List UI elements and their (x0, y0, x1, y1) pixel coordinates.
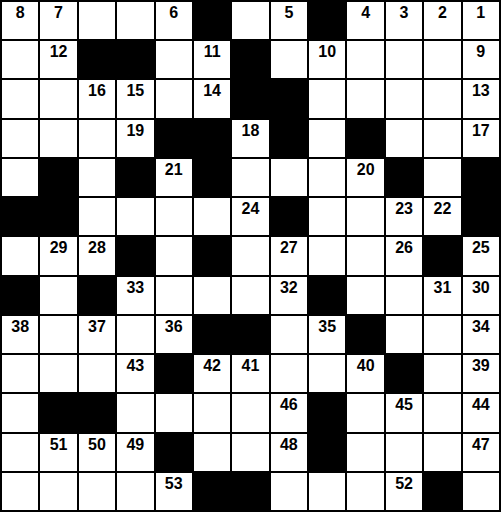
cell-r7c10[interactable] (347, 237, 383, 274)
clue-number: 42 (194, 355, 230, 375)
clue-number: 38 (2, 316, 38, 336)
block-cell-r13c12 (424, 473, 460, 510)
clue-number: 51 (40, 434, 76, 454)
block-cell-r9c7 (232, 316, 268, 353)
cell-r13c5[interactable]: 53 (156, 473, 192, 510)
cell-r2c1[interactable] (2, 41, 38, 78)
block-cell-r3c8 (271, 80, 307, 117)
cell-r3c9[interactable] (309, 80, 345, 117)
cell-r11c12[interactable] (424, 394, 460, 431)
cell-r2c8[interactable] (271, 41, 307, 78)
cell-r3c4[interactable]: 15 (117, 80, 153, 117)
cell-r10c7[interactable]: 41 (232, 355, 268, 392)
clue-number: 43 (117, 355, 153, 375)
cell-r9c13[interactable]: 34 (463, 316, 499, 353)
cell-r10c8[interactable] (271, 355, 307, 392)
block-cell-r9c6 (194, 316, 230, 353)
block-cell-r11c9 (309, 394, 345, 431)
block-cell-r4c10 (347, 120, 383, 157)
cell-r7c1[interactable] (2, 237, 38, 274)
cell-r4c11[interactable] (386, 120, 422, 157)
clue-number: 37 (79, 316, 115, 336)
cell-r10c6[interactable]: 42 (194, 355, 230, 392)
cell-r1c1[interactable]: 8 (2, 2, 38, 39)
cell-r5c5[interactable]: 21 (156, 159, 192, 196)
cell-r11c7[interactable] (232, 394, 268, 431)
block-cell-r6c8 (271, 198, 307, 235)
clue-number: 32 (271, 277, 307, 297)
cell-r12c1[interactable] (2, 434, 38, 471)
cell-r6c9[interactable] (309, 198, 345, 235)
cell-r9c9[interactable]: 35 (309, 316, 345, 353)
cell-r6c12[interactable]: 22 (424, 198, 460, 235)
clue-number: 48 (271, 434, 307, 454)
cell-r7c5[interactable] (156, 237, 192, 274)
cell-r12c10[interactable] (347, 434, 383, 471)
cell-r13c3[interactable] (79, 473, 115, 510)
clue-number: 39 (463, 355, 499, 375)
cell-r11c1[interactable] (2, 394, 38, 431)
cell-r8c10[interactable] (347, 277, 383, 314)
clue-number: 33 (117, 277, 153, 297)
clue-number: 5 (271, 2, 307, 22)
block-cell-r5c4 (117, 159, 153, 196)
block-cell-r5c6 (194, 159, 230, 196)
cell-r6c10[interactable] (347, 198, 383, 235)
cell-r1c10[interactable]: 4 (347, 2, 383, 39)
cell-r8c12[interactable]: 31 (424, 277, 460, 314)
cell-r10c3[interactable] (79, 355, 115, 392)
cell-r2c5[interactable] (156, 41, 192, 78)
block-cell-r2c4 (117, 41, 153, 78)
block-cell-r3c7 (232, 80, 268, 117)
cell-r2c13[interactable]: 9 (463, 41, 499, 78)
clue-number: 10 (309, 41, 345, 61)
cell-r5c8[interactable] (271, 159, 307, 196)
clue-number: 4 (347, 2, 383, 22)
block-cell-r5c13 (463, 159, 499, 196)
cell-r4c3[interactable] (79, 120, 115, 157)
clue-number: 17 (463, 120, 499, 140)
cell-r4c9[interactable] (309, 120, 345, 157)
cell-r9c4[interactable] (117, 316, 153, 353)
clue-number: 6 (156, 2, 192, 22)
block-cell-r1c6 (194, 2, 230, 39)
cell-r3c5[interactable] (156, 80, 192, 117)
block-cell-r9c10 (347, 316, 383, 353)
block-cell-r11c3 (79, 394, 115, 431)
cell-r5c7[interactable] (232, 159, 268, 196)
cell-r13c4[interactable] (117, 473, 153, 510)
cell-r11c6[interactable] (194, 394, 230, 431)
clue-number: 14 (194, 80, 230, 100)
block-cell-r12c5 (156, 434, 192, 471)
cell-r5c9[interactable] (309, 159, 345, 196)
cell-r6c11[interactable]: 23 (386, 198, 422, 235)
cell-r1c11[interactable]: 3 (386, 2, 422, 39)
cell-r2c6[interactable]: 11 (194, 41, 230, 78)
cell-r13c13[interactable] (463, 473, 499, 510)
cell-r12c11[interactable] (386, 434, 422, 471)
cell-r10c12[interactable] (424, 355, 460, 392)
block-cell-r1c9 (309, 2, 345, 39)
clue-number: 49 (117, 434, 153, 454)
cell-r3c11[interactable] (386, 80, 422, 117)
clue-number: 11 (194, 41, 230, 61)
block-cell-r12c9 (309, 434, 345, 471)
cell-r4c4[interactable]: 19 (117, 120, 153, 157)
cell-r4c12[interactable] (424, 120, 460, 157)
block-cell-r11c2 (40, 394, 76, 431)
block-cell-r7c4 (117, 237, 153, 274)
cell-r8c8[interactable]: 32 (271, 277, 307, 314)
cell-r2c10[interactable] (347, 41, 383, 78)
cell-r13c1[interactable] (2, 473, 38, 510)
clue-number: 45 (386, 394, 422, 414)
cell-r8c6[interactable] (194, 277, 230, 314)
cell-r12c12[interactable] (424, 434, 460, 471)
clue-number: 2 (424, 2, 460, 22)
clue-number: 30 (463, 277, 499, 297)
cell-r4c13[interactable]: 17 (463, 120, 499, 157)
cell-r11c4[interactable] (117, 394, 153, 431)
clue-number: 16 (79, 80, 115, 100)
clue-number: 27 (271, 237, 307, 257)
cell-r10c2[interactable] (40, 355, 76, 392)
cell-r7c9[interactable] (309, 237, 345, 274)
clue-number: 52 (386, 473, 422, 493)
clue-number: 3 (386, 2, 422, 22)
block-cell-r6c2 (40, 198, 76, 235)
clue-number: 25 (463, 237, 499, 257)
cell-r9c11[interactable] (386, 316, 422, 353)
cell-r2c2[interactable]: 12 (40, 41, 76, 78)
cell-r12c7[interactable] (232, 434, 268, 471)
clue-number: 12 (40, 41, 76, 61)
clue-number: 8 (2, 2, 38, 22)
cell-r12c2[interactable]: 51 (40, 434, 76, 471)
cell-r6c3[interactable] (79, 198, 115, 235)
block-cell-r4c8 (271, 120, 307, 157)
cell-r9c5[interactable]: 36 (156, 316, 192, 353)
cell-r1c2[interactable]: 7 (40, 2, 76, 39)
block-cell-r5c11 (386, 159, 422, 196)
cell-r4c7[interactable]: 18 (232, 120, 268, 157)
clue-number: 46 (271, 394, 307, 414)
clue-number: 18 (232, 120, 268, 140)
cell-r7c2[interactable]: 29 (40, 237, 76, 274)
cell-r12c4[interactable]: 49 (117, 434, 153, 471)
clue-number: 26 (386, 237, 422, 257)
block-cell-r2c7 (232, 41, 268, 78)
cell-r13c2[interactable] (40, 473, 76, 510)
clue-number: 28 (79, 237, 115, 257)
clue-number: 7 (40, 2, 76, 22)
cell-r4c1[interactable] (2, 120, 38, 157)
cell-r6c6[interactable] (194, 198, 230, 235)
block-cell-r5c2 (40, 159, 76, 196)
block-cell-r6c13 (463, 198, 499, 235)
clue-number: 9 (463, 41, 499, 61)
clue-number: 47 (463, 434, 499, 454)
cell-r3c13[interactable]: 13 (463, 80, 499, 117)
cell-r8c5[interactable] (156, 277, 192, 314)
cell-r5c1[interactable] (2, 159, 38, 196)
cell-r1c13[interactable]: 1 (463, 2, 499, 39)
block-cell-r4c5 (156, 120, 192, 157)
cell-r3c6[interactable]: 14 (194, 80, 230, 117)
block-cell-r6c1 (2, 198, 38, 235)
cell-r10c1[interactable] (2, 355, 38, 392)
clue-number: 20 (347, 159, 383, 179)
cell-r12c3[interactable]: 50 (79, 434, 115, 471)
clue-number: 35 (309, 316, 345, 336)
cell-r1c3[interactable] (79, 2, 115, 39)
cell-r2c11[interactable] (386, 41, 422, 78)
clue-number: 29 (40, 237, 76, 257)
block-cell-r13c6 (194, 473, 230, 510)
cell-r8c4[interactable]: 33 (117, 277, 153, 314)
clue-number: 36 (156, 316, 192, 336)
cell-r5c3[interactable] (79, 159, 115, 196)
cell-r9c8[interactable] (271, 316, 307, 353)
clue-number: 50 (79, 434, 115, 454)
cell-r9c2[interactable] (40, 316, 76, 353)
cell-r1c4[interactable] (117, 2, 153, 39)
crossword-grid: 8765432112111091615141319181721202423222… (0, 0, 501, 512)
cell-r11c10[interactable] (347, 394, 383, 431)
block-cell-r10c11 (386, 355, 422, 392)
cell-r10c13[interactable]: 39 (463, 355, 499, 392)
cell-r6c4[interactable] (117, 198, 153, 235)
cell-r11c5[interactable] (156, 394, 192, 431)
cell-r13c9[interactable] (309, 473, 345, 510)
cell-r11c8[interactable]: 46 (271, 394, 307, 431)
cell-r1c5[interactable]: 6 (156, 2, 192, 39)
clue-number: 15 (117, 80, 153, 100)
cell-r10c9[interactable] (309, 355, 345, 392)
block-cell-r8c1 (2, 277, 38, 314)
cell-r8c11[interactable] (386, 277, 422, 314)
cell-r2c12[interactable] (424, 41, 460, 78)
block-cell-r7c6 (194, 237, 230, 274)
block-cell-r2c3 (79, 41, 115, 78)
cell-r10c4[interactable]: 43 (117, 355, 153, 392)
block-cell-r8c9 (309, 277, 345, 314)
clue-number: 13 (463, 80, 499, 100)
block-cell-r10c5 (156, 355, 192, 392)
cell-r13c8[interactable] (271, 473, 307, 510)
cell-r11c11[interactable]: 45 (386, 394, 422, 431)
clue-number: 21 (156, 159, 192, 179)
clue-number: 44 (463, 394, 499, 414)
cell-r13c11[interactable]: 52 (386, 473, 422, 510)
block-cell-r7c12 (424, 237, 460, 274)
cell-r5c10[interactable]: 20 (347, 159, 383, 196)
cell-r8c2[interactable] (40, 277, 76, 314)
cell-r11c13[interactable]: 44 (463, 394, 499, 431)
cell-r1c7[interactable] (232, 2, 268, 39)
cell-r9c1[interactable]: 38 (2, 316, 38, 353)
cell-r7c8[interactable]: 27 (271, 237, 307, 274)
clue-number: 53 (156, 473, 192, 493)
cell-r7c3[interactable]: 28 (79, 237, 115, 274)
cell-r3c3[interactable]: 16 (79, 80, 115, 117)
cell-r7c7[interactable] (232, 237, 268, 274)
clue-number: 31 (424, 277, 460, 297)
cell-r4c2[interactable] (40, 120, 76, 157)
clue-number: 19 (117, 120, 153, 140)
cell-r8c13[interactable]: 30 (463, 277, 499, 314)
cell-r12c8[interactable]: 48 (271, 434, 307, 471)
clue-number: 23 (386, 198, 422, 218)
cell-r7c11[interactable]: 26 (386, 237, 422, 274)
clue-number: 24 (232, 198, 268, 218)
block-cell-r8c3 (79, 277, 115, 314)
cell-r10c10[interactable]: 40 (347, 355, 383, 392)
cell-r7c13[interactable]: 25 (463, 237, 499, 274)
cell-r3c10[interactable] (347, 80, 383, 117)
cell-r12c6[interactable] (194, 434, 230, 471)
cell-r3c1[interactable] (2, 80, 38, 117)
block-cell-r13c7 (232, 473, 268, 510)
cell-r12c13[interactable]: 47 (463, 434, 499, 471)
cell-r3c12[interactable] (424, 80, 460, 117)
cell-r9c12[interactable] (424, 316, 460, 353)
clue-number: 1 (463, 2, 499, 22)
cell-r1c12[interactable]: 2 (424, 2, 460, 39)
cell-r9c3[interactable]: 37 (79, 316, 115, 353)
cell-r13c10[interactable] (347, 473, 383, 510)
clue-number: 34 (463, 316, 499, 336)
cell-r5c12[interactable] (424, 159, 460, 196)
cell-r1c8[interactable]: 5 (271, 2, 307, 39)
cell-r6c7[interactable]: 24 (232, 198, 268, 235)
block-cell-r4c6 (194, 120, 230, 157)
clue-number: 41 (232, 355, 268, 375)
clue-number: 22 (424, 198, 460, 218)
cell-r8c7[interactable] (232, 277, 268, 314)
cell-r6c5[interactable] (156, 198, 192, 235)
cell-r3c2[interactable] (40, 80, 76, 117)
clue-number: 40 (347, 355, 383, 375)
cell-r2c9[interactable]: 10 (309, 41, 345, 78)
